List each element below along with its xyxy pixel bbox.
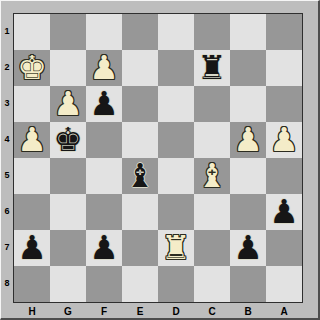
rank-label-7: 7 bbox=[1, 229, 13, 265]
white-bishop-c5[interactable]: ♝ bbox=[194, 158, 230, 194]
rank-label-4: 4 bbox=[1, 121, 13, 157]
rank-label-3: 3 bbox=[1, 85, 13, 121]
square-b5[interactable] bbox=[230, 158, 266, 194]
square-d8[interactable] bbox=[158, 266, 194, 302]
square-a6[interactable]: ♟ bbox=[266, 194, 302, 230]
square-b7[interactable]: ♟ bbox=[230, 230, 266, 266]
square-f5[interactable] bbox=[86, 158, 122, 194]
file-label-e: E bbox=[122, 304, 158, 318]
rank-label-2: 2 bbox=[1, 49, 13, 85]
white-pawn-b4[interactable]: ♟ bbox=[230, 122, 266, 158]
square-d7[interactable]: ♜ bbox=[158, 230, 194, 266]
square-a2[interactable] bbox=[266, 50, 302, 86]
white-pawn-f2[interactable]: ♟ bbox=[86, 50, 122, 86]
white-pawn-h4[interactable]: ♟ bbox=[14, 122, 50, 158]
square-d2[interactable] bbox=[158, 50, 194, 86]
square-c5[interactable]: ♝ bbox=[194, 158, 230, 194]
square-b3[interactable] bbox=[230, 86, 266, 122]
square-e6[interactable] bbox=[122, 194, 158, 230]
chess-board: ♚♟♜♟♟♟♚♟♟♝♝♟♟♟♜♟ bbox=[13, 13, 303, 303]
white-rook-d7[interactable]: ♜ bbox=[158, 230, 194, 266]
file-label-f: F bbox=[86, 304, 122, 318]
file-label-h: H bbox=[14, 304, 50, 318]
black-rook-c2[interactable]: ♜ bbox=[194, 50, 230, 86]
square-c7[interactable] bbox=[194, 230, 230, 266]
square-d4[interactable] bbox=[158, 122, 194, 158]
square-e1[interactable] bbox=[122, 14, 158, 50]
square-f2[interactable]: ♟ bbox=[86, 50, 122, 86]
file-label-b: B bbox=[230, 304, 266, 318]
square-h8[interactable] bbox=[14, 266, 50, 302]
file-label-d: D bbox=[158, 304, 194, 318]
square-g6[interactable] bbox=[50, 194, 86, 230]
square-f4[interactable] bbox=[86, 122, 122, 158]
square-f6[interactable] bbox=[86, 194, 122, 230]
square-g7[interactable] bbox=[50, 230, 86, 266]
square-b2[interactable] bbox=[230, 50, 266, 86]
black-pawn-b7[interactable]: ♟ bbox=[230, 230, 266, 266]
square-h5[interactable] bbox=[14, 158, 50, 194]
square-a7[interactable] bbox=[266, 230, 302, 266]
file-label-c: C bbox=[194, 304, 230, 318]
black-king-g4[interactable]: ♚ bbox=[50, 122, 86, 158]
rank-label-5: 5 bbox=[1, 157, 13, 193]
square-g8[interactable] bbox=[50, 266, 86, 302]
square-b8[interactable] bbox=[230, 266, 266, 302]
square-f7[interactable]: ♟ bbox=[86, 230, 122, 266]
square-g4[interactable]: ♚ bbox=[50, 122, 86, 158]
square-f1[interactable] bbox=[86, 14, 122, 50]
square-e7[interactable] bbox=[122, 230, 158, 266]
square-h1[interactable] bbox=[14, 14, 50, 50]
black-pawn-f7[interactable]: ♟ bbox=[86, 230, 122, 266]
square-c2[interactable]: ♜ bbox=[194, 50, 230, 86]
square-g3[interactable]: ♟ bbox=[50, 86, 86, 122]
square-e5[interactable]: ♝ bbox=[122, 158, 158, 194]
chess-board-frame: ♚♟♜♟♟♟♚♟♟♝♝♟♟♟♜♟ 12345678HGFEDCBA bbox=[0, 0, 320, 320]
square-a1[interactable] bbox=[266, 14, 302, 50]
square-c4[interactable] bbox=[194, 122, 230, 158]
square-e2[interactable] bbox=[122, 50, 158, 86]
square-f8[interactable] bbox=[86, 266, 122, 302]
square-d5[interactable] bbox=[158, 158, 194, 194]
file-label-g: G bbox=[50, 304, 86, 318]
square-h4[interactable]: ♟ bbox=[14, 122, 50, 158]
file-label-a: A bbox=[266, 304, 302, 318]
black-pawn-a6[interactable]: ♟ bbox=[266, 194, 302, 230]
square-b4[interactable]: ♟ bbox=[230, 122, 266, 158]
black-bishop-e5[interactable]: ♝ bbox=[122, 158, 158, 194]
white-pawn-g3[interactable]: ♟ bbox=[50, 86, 86, 122]
square-a3[interactable] bbox=[266, 86, 302, 122]
square-g1[interactable] bbox=[50, 14, 86, 50]
square-f3[interactable]: ♟ bbox=[86, 86, 122, 122]
square-c6[interactable] bbox=[194, 194, 230, 230]
black-pawn-f3[interactable]: ♟ bbox=[86, 86, 122, 122]
square-g2[interactable] bbox=[50, 50, 86, 86]
square-a4[interactable]: ♟ bbox=[266, 122, 302, 158]
rank-label-8: 8 bbox=[1, 265, 13, 301]
square-a8[interactable] bbox=[266, 266, 302, 302]
square-a5[interactable] bbox=[266, 158, 302, 194]
square-h3[interactable] bbox=[14, 86, 50, 122]
square-g5[interactable] bbox=[50, 158, 86, 194]
square-d1[interactable] bbox=[158, 14, 194, 50]
white-king-h2[interactable]: ♚ bbox=[14, 50, 50, 86]
square-c1[interactable] bbox=[194, 14, 230, 50]
square-d3[interactable] bbox=[158, 86, 194, 122]
square-c3[interactable] bbox=[194, 86, 230, 122]
square-e3[interactable] bbox=[122, 86, 158, 122]
square-h7[interactable]: ♟ bbox=[14, 230, 50, 266]
square-b6[interactable] bbox=[230, 194, 266, 230]
square-h6[interactable] bbox=[14, 194, 50, 230]
square-c8[interactable] bbox=[194, 266, 230, 302]
rank-label-6: 6 bbox=[1, 193, 13, 229]
white-pawn-a4[interactable]: ♟ bbox=[266, 122, 302, 158]
rank-label-1: 1 bbox=[1, 13, 13, 49]
square-d6[interactable] bbox=[158, 194, 194, 230]
square-h2[interactable]: ♚ bbox=[14, 50, 50, 86]
black-pawn-h7[interactable]: ♟ bbox=[14, 230, 50, 266]
square-e4[interactable] bbox=[122, 122, 158, 158]
square-b1[interactable] bbox=[230, 14, 266, 50]
square-e8[interactable] bbox=[122, 266, 158, 302]
